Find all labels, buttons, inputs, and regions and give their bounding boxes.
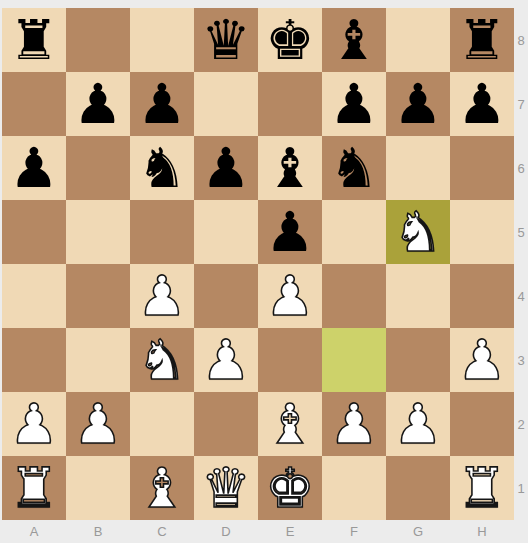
file-label-e: E <box>258 520 322 543</box>
black-queen[interactable]: ♛ <box>201 8 250 72</box>
square-f1[interactable] <box>322 456 386 520</box>
square-a3[interactable] <box>2 328 66 392</box>
square-h3[interactable]: ♟ <box>450 328 514 392</box>
rank-coordinates: 87654321 <box>514 8 528 520</box>
black-bishop[interactable]: ♝ <box>329 8 378 72</box>
square-e3[interactable] <box>258 328 322 392</box>
white-pawn[interactable]: ♟ <box>265 264 314 328</box>
white-knight[interactable]: ♞ <box>137 328 186 392</box>
square-d7[interactable] <box>194 72 258 136</box>
square-d5[interactable] <box>194 200 258 264</box>
square-a8[interactable]: ♜ <box>2 8 66 72</box>
square-e8[interactable]: ♚ <box>258 8 322 72</box>
square-c1[interactable]: ♝ <box>130 456 194 520</box>
square-b2[interactable]: ♟ <box>66 392 130 456</box>
square-g8[interactable] <box>386 8 450 72</box>
square-c8[interactable] <box>130 8 194 72</box>
black-rook[interactable]: ♜ <box>457 8 506 72</box>
square-d8[interactable]: ♛ <box>194 8 258 72</box>
white-pawn[interactable]: ♟ <box>393 392 442 456</box>
square-c5[interactable] <box>130 200 194 264</box>
square-f8[interactable]: ♝ <box>322 8 386 72</box>
black-rook[interactable]: ♜ <box>9 8 58 72</box>
square-e2[interactable]: ♝ <box>258 392 322 456</box>
white-bishop[interactable]: ♝ <box>137 456 186 520</box>
black-king[interactable]: ♚ <box>265 8 314 72</box>
white-pawn[interactable]: ♟ <box>9 392 58 456</box>
square-d4[interactable] <box>194 264 258 328</box>
square-e1[interactable]: ♚ <box>258 456 322 520</box>
black-pawn[interactable]: ♟ <box>265 200 314 264</box>
square-h6[interactable] <box>450 136 514 200</box>
square-e6[interactable]: ♝ <box>258 136 322 200</box>
square-b5[interactable] <box>66 200 130 264</box>
rank-label-7: 7 <box>514 72 528 136</box>
square-d2[interactable] <box>194 392 258 456</box>
square-a2[interactable]: ♟ <box>2 392 66 456</box>
chess-app: ♜♛♚♝♜♟♟♟♟♟♟♞♟♝♞♟♞♟♟♞♟♟♟♟♝♟♟♜♝♛♚♜ 8765432… <box>0 0 528 543</box>
chess-board: ♜♛♚♝♜♟♟♟♟♟♟♞♟♝♞♟♞♟♟♞♟♟♟♟♝♟♟♜♝♛♚♜ <box>2 8 514 520</box>
square-a1[interactable]: ♜ <box>2 456 66 520</box>
square-g3[interactable] <box>386 328 450 392</box>
white-rook[interactable]: ♜ <box>457 456 506 520</box>
square-h1[interactable]: ♜ <box>450 456 514 520</box>
square-b6[interactable] <box>66 136 130 200</box>
square-h7[interactable]: ♟ <box>450 72 514 136</box>
white-pawn[interactable]: ♟ <box>329 392 378 456</box>
file-label-f: F <box>322 520 386 543</box>
white-pawn[interactable]: ♟ <box>137 264 186 328</box>
white-pawn[interactable]: ♟ <box>457 328 506 392</box>
square-g7[interactable]: ♟ <box>386 72 450 136</box>
square-f2[interactable]: ♟ <box>322 392 386 456</box>
white-knight[interactable]: ♞ <box>393 200 442 264</box>
rank-label-6: 6 <box>514 136 528 200</box>
black-pawn[interactable]: ♟ <box>9 136 58 200</box>
square-b3[interactable] <box>66 328 130 392</box>
square-e4[interactable]: ♟ <box>258 264 322 328</box>
square-h8[interactable]: ♜ <box>450 8 514 72</box>
white-pawn[interactable]: ♟ <box>201 328 250 392</box>
black-knight[interactable]: ♞ <box>329 136 378 200</box>
white-bishop[interactable]: ♝ <box>265 392 314 456</box>
square-d6[interactable]: ♟ <box>194 136 258 200</box>
square-a7[interactable] <box>2 72 66 136</box>
square-g5[interactable]: ♞ <box>386 200 450 264</box>
black-pawn[interactable]: ♟ <box>329 72 378 136</box>
black-pawn[interactable]: ♟ <box>457 72 506 136</box>
file-label-h: H <box>450 520 514 543</box>
rank-label-8: 8 <box>514 8 528 72</box>
black-knight[interactable]: ♞ <box>137 136 186 200</box>
black-pawn[interactable]: ♟ <box>73 72 122 136</box>
square-f5[interactable] <box>322 200 386 264</box>
white-king[interactable]: ♚ <box>265 456 314 520</box>
square-a5[interactable] <box>2 200 66 264</box>
square-a6[interactable]: ♟ <box>2 136 66 200</box>
square-h2[interactable] <box>450 392 514 456</box>
square-a4[interactable] <box>2 264 66 328</box>
square-g6[interactable] <box>386 136 450 200</box>
black-pawn[interactable]: ♟ <box>201 136 250 200</box>
square-f7[interactable]: ♟ <box>322 72 386 136</box>
file-label-a: A <box>2 520 66 543</box>
square-f4[interactable] <box>322 264 386 328</box>
rank-label-2: 2 <box>514 392 528 456</box>
square-c3[interactable]: ♞ <box>130 328 194 392</box>
square-h5[interactable] <box>450 200 514 264</box>
square-d1[interactable]: ♛ <box>194 456 258 520</box>
square-b4[interactable] <box>66 264 130 328</box>
square-g1[interactable] <box>386 456 450 520</box>
rank-label-4: 4 <box>514 264 528 328</box>
square-g4[interactable] <box>386 264 450 328</box>
square-b7[interactable]: ♟ <box>66 72 130 136</box>
file-label-g: G <box>386 520 450 543</box>
file-label-c: C <box>130 520 194 543</box>
square-c4[interactable]: ♟ <box>130 264 194 328</box>
black-pawn[interactable]: ♟ <box>137 72 186 136</box>
white-queen[interactable]: ♛ <box>201 456 250 520</box>
file-label-b: B <box>66 520 130 543</box>
rank-label-1: 1 <box>514 456 528 520</box>
square-b8[interactable] <box>66 8 130 72</box>
square-c2[interactable] <box>130 392 194 456</box>
file-coordinates: ABCDEFGH <box>2 520 514 543</box>
file-label-d: D <box>194 520 258 543</box>
square-e7[interactable] <box>258 72 322 136</box>
white-rook[interactable]: ♜ <box>9 456 58 520</box>
square-b1[interactable] <box>66 456 130 520</box>
black-bishop[interactable]: ♝ <box>265 136 314 200</box>
white-pawn[interactable]: ♟ <box>73 392 122 456</box>
square-g2[interactable]: ♟ <box>386 392 450 456</box>
square-c7[interactable]: ♟ <box>130 72 194 136</box>
square-f3[interactable] <box>322 328 386 392</box>
rank-label-3: 3 <box>514 328 528 392</box>
square-f6[interactable]: ♞ <box>322 136 386 200</box>
square-e5[interactable]: ♟ <box>258 200 322 264</box>
rank-label-5: 5 <box>514 200 528 264</box>
square-d3[interactable]: ♟ <box>194 328 258 392</box>
square-h4[interactable] <box>450 264 514 328</box>
square-c6[interactable]: ♞ <box>130 136 194 200</box>
black-pawn[interactable]: ♟ <box>393 72 442 136</box>
